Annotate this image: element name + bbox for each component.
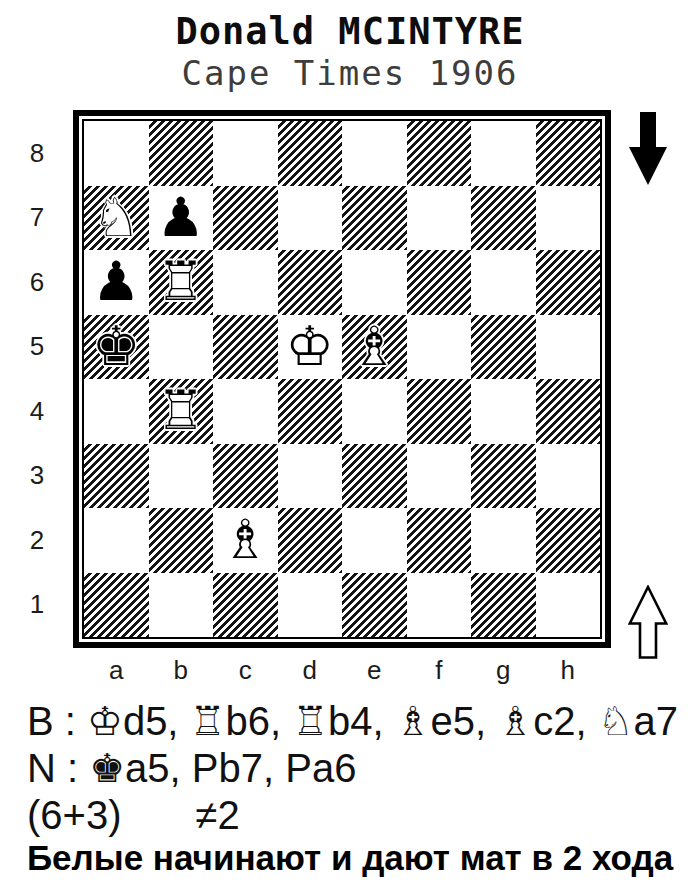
file-label-e: e bbox=[342, 655, 407, 687]
rank-label-2: 2 bbox=[20, 508, 54, 573]
rank-labels: 87654321 bbox=[20, 121, 54, 637]
white-bishop-c2: ♝♗ bbox=[213, 508, 278, 573]
square-d4 bbox=[278, 379, 343, 444]
file-label-f: f bbox=[407, 655, 472, 687]
square-a4 bbox=[84, 379, 149, 444]
black-pawn-b7: ♟♟ bbox=[149, 186, 214, 251]
square-d3 bbox=[278, 444, 343, 509]
square-c1 bbox=[213, 573, 278, 638]
square-f8 bbox=[407, 121, 472, 186]
square-e8 bbox=[342, 121, 407, 186]
square-a1 bbox=[84, 573, 149, 638]
square-a6: ♟♟ bbox=[84, 250, 149, 315]
square-b6: ♜♖ bbox=[149, 250, 214, 315]
square-a2 bbox=[84, 508, 149, 573]
square-h1 bbox=[536, 573, 601, 638]
white-up-arrow-icon bbox=[628, 585, 668, 663]
square-b5 bbox=[149, 315, 214, 380]
file-label-c: c bbox=[213, 655, 278, 687]
material-count: (6+3) bbox=[27, 793, 122, 837]
square-e1 bbox=[342, 573, 407, 638]
square-d7 bbox=[278, 186, 343, 251]
rank-label-5: 5 bbox=[20, 315, 54, 380]
square-c3 bbox=[213, 444, 278, 509]
square-f5 bbox=[407, 315, 472, 380]
square-c4 bbox=[213, 379, 278, 444]
square-a8 bbox=[84, 121, 149, 186]
square-b2 bbox=[149, 508, 214, 573]
mate-in-2-stipulation: ≠2 bbox=[196, 792, 240, 839]
square-g5 bbox=[471, 315, 536, 380]
white-pieces-list: B : ♔d5, ♖b6, ♖b4, ♗e5, ♗c2, ♘a7 bbox=[27, 698, 687, 745]
square-g8 bbox=[471, 121, 536, 186]
square-c8 bbox=[213, 121, 278, 186]
rank-label-3: 3 bbox=[20, 444, 54, 509]
source-and-year: Cape Times 1906 bbox=[0, 53, 700, 93]
stipulation-row: (6+3)≠2 bbox=[27, 792, 687, 839]
square-d1 bbox=[278, 573, 343, 638]
file-label-g: g bbox=[471, 655, 536, 687]
square-c7 bbox=[213, 186, 278, 251]
square-f4 bbox=[407, 379, 472, 444]
square-h5 bbox=[536, 315, 601, 380]
chess-problem-page: Donald MCINTYRE Cape Times 1906 87654321… bbox=[0, 0, 700, 894]
white-knight-a7: ♞♘ bbox=[84, 186, 149, 251]
square-f1 bbox=[407, 573, 472, 638]
square-h7 bbox=[536, 186, 601, 251]
rank-label-1: 1 bbox=[20, 573, 54, 638]
square-b8 bbox=[149, 121, 214, 186]
rank-label-4: 4 bbox=[20, 379, 54, 444]
square-g7 bbox=[471, 186, 536, 251]
square-d6 bbox=[278, 250, 343, 315]
square-e5: ♝♗ bbox=[342, 315, 407, 380]
black-pawn-a6: ♟♟ bbox=[84, 250, 149, 315]
square-d5: ♚♔ bbox=[278, 315, 343, 380]
square-g4 bbox=[471, 379, 536, 444]
square-h6 bbox=[536, 250, 601, 315]
square-h3 bbox=[536, 444, 601, 509]
square-e4 bbox=[342, 379, 407, 444]
square-c2: ♝♗ bbox=[213, 508, 278, 573]
file-label-b: b bbox=[149, 655, 214, 687]
square-e2 bbox=[342, 508, 407, 573]
square-b4: ♜♖ bbox=[149, 379, 214, 444]
square-g2 bbox=[471, 508, 536, 573]
square-f2 bbox=[407, 508, 472, 573]
instruction-text-ru: Белые начинают и дают мат в 2 хода bbox=[0, 838, 700, 878]
white-king-d5: ♚♔ bbox=[278, 315, 343, 380]
square-g6 bbox=[471, 250, 536, 315]
square-b7: ♟♟ bbox=[149, 186, 214, 251]
file-label-a: a bbox=[84, 655, 149, 687]
square-g1 bbox=[471, 573, 536, 638]
square-f3 bbox=[407, 444, 472, 509]
square-c6 bbox=[213, 250, 278, 315]
square-e6 bbox=[342, 250, 407, 315]
chess-board: ♞♘♟♟♟♟♜♖♚♚♚♔♝♗♜♖♝♗ bbox=[84, 121, 600, 637]
square-d8 bbox=[278, 121, 343, 186]
white-rook-b4: ♜♖ bbox=[149, 379, 214, 444]
black-down-arrow-icon bbox=[628, 112, 668, 190]
file-labels: abcdefgh bbox=[84, 655, 600, 687]
square-b3 bbox=[149, 444, 214, 509]
white-rook-b6: ♜♖ bbox=[149, 250, 214, 315]
rank-label-7: 7 bbox=[20, 186, 54, 251]
rank-label-6: 6 bbox=[20, 250, 54, 315]
file-label-h: h bbox=[536, 655, 601, 687]
board-frame: ♞♘♟♟♟♟♜♖♚♚♚♔♝♗♜♖♝♗ bbox=[73, 110, 611, 648]
caption-block: B : ♔d5, ♖b6, ♖b4, ♗e5, ♗c2, ♘a7 N : ♚a5… bbox=[27, 698, 687, 839]
rank-label-8: 8 bbox=[20, 121, 54, 186]
square-e7 bbox=[342, 186, 407, 251]
square-h4 bbox=[536, 379, 601, 444]
black-pieces-list: N : ♚a5, Pb7, Pa6 bbox=[27, 745, 687, 792]
square-a3 bbox=[84, 444, 149, 509]
square-h2 bbox=[536, 508, 601, 573]
square-f7 bbox=[407, 186, 472, 251]
square-a5: ♚♚ bbox=[84, 315, 149, 380]
square-d2 bbox=[278, 508, 343, 573]
square-e3 bbox=[342, 444, 407, 509]
black-king-a5: ♚♚ bbox=[84, 315, 149, 380]
square-h8 bbox=[536, 121, 601, 186]
square-f6 bbox=[407, 250, 472, 315]
white-bishop-e5: ♝♗ bbox=[342, 315, 407, 380]
square-a7: ♞♘ bbox=[84, 186, 149, 251]
composer-name: Donald MCINTYRE bbox=[0, 10, 700, 53]
square-c5 bbox=[213, 315, 278, 380]
file-label-d: d bbox=[278, 655, 343, 687]
square-g3 bbox=[471, 444, 536, 509]
square-b1 bbox=[149, 573, 214, 638]
